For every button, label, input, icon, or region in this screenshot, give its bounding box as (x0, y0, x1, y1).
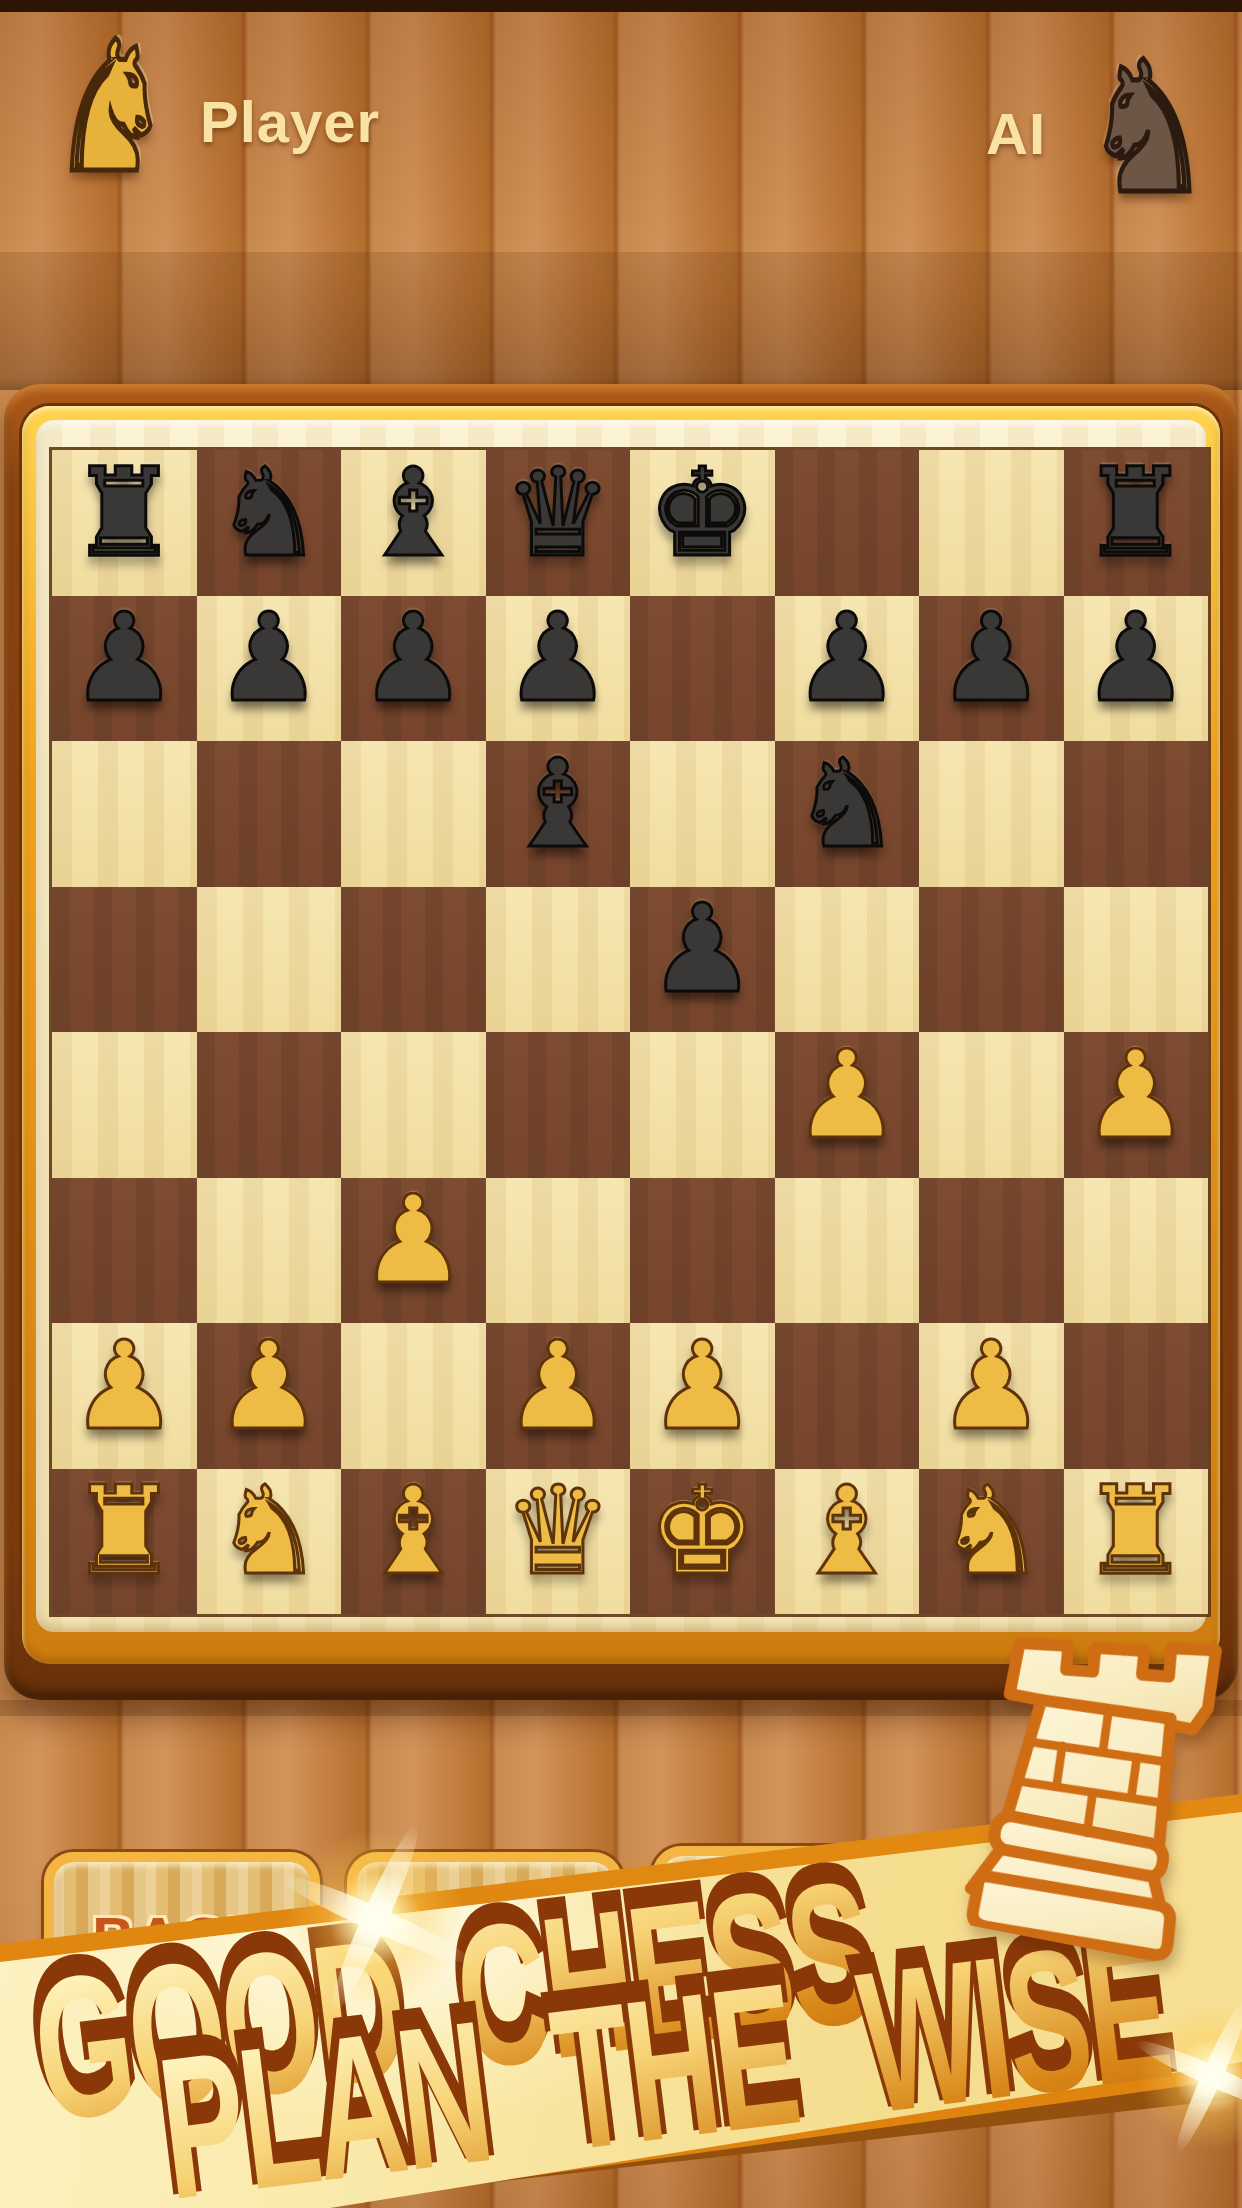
square-d4[interactable] (486, 1032, 631, 1178)
piece-white-rook[interactable]: ♜ (70, 1470, 179, 1592)
square-b6[interactable] (197, 741, 342, 887)
piece-black-pawn[interactable]: ♟ (70, 597, 179, 719)
square-f7[interactable]: ♟ (775, 596, 920, 742)
square-h1[interactable]: ♜ (1064, 1469, 1209, 1615)
top-dark-bar (0, 0, 1242, 12)
piece-black-bishop[interactable]: ♝ (503, 743, 612, 865)
piece-black-pawn[interactable]: ♟ (792, 597, 901, 719)
piece-white-king[interactable]: ♚ (648, 1470, 757, 1592)
ai-knight-icon: ♞ (1082, 38, 1213, 220)
player-name-label: Player (200, 88, 380, 155)
square-g5[interactable] (919, 887, 1064, 1033)
piece-white-bishop[interactable]: ♝ (359, 1470, 468, 1592)
square-d6[interactable]: ♝ (486, 741, 631, 887)
square-b1[interactable]: ♞ (197, 1469, 342, 1615)
square-f3[interactable] (775, 1178, 920, 1324)
square-b7[interactable]: ♟ (197, 596, 342, 742)
square-c7[interactable]: ♟ (341, 596, 486, 742)
square-d2[interactable]: ♟ (486, 1323, 631, 1469)
square-f8[interactable] (775, 450, 920, 596)
square-e5[interactable]: ♟ (630, 887, 775, 1033)
wood-plank-band (0, 252, 1242, 390)
piece-black-pawn[interactable]: ♟ (937, 597, 1046, 719)
piece-black-knight[interactable]: ♞ (214, 452, 323, 574)
square-a2[interactable]: ♟ (52, 1323, 197, 1469)
square-d7[interactable]: ♟ (486, 596, 631, 742)
square-a5[interactable] (52, 887, 197, 1033)
square-a3[interactable] (52, 1178, 197, 1324)
piece-white-pawn[interactable]: ♟ (359, 1179, 468, 1301)
square-g1[interactable]: ♞ (919, 1469, 1064, 1615)
square-g8[interactable] (919, 450, 1064, 596)
square-f2[interactable] (775, 1323, 920, 1469)
square-e6[interactable] (630, 741, 775, 887)
square-c2[interactable] (341, 1323, 486, 1469)
square-e2[interactable]: ♟ (630, 1323, 775, 1469)
square-h2[interactable] (1064, 1323, 1209, 1469)
square-f1[interactable]: ♝ (775, 1469, 920, 1615)
square-h3[interactable] (1064, 1178, 1209, 1324)
square-a6[interactable] (52, 741, 197, 887)
app-screen: ♞ Player AI ♞ ♜♞♝♛♚♜♟♟♟♟♟♟♟♝♞♟♟♟♟♟♟♟♟♟♜♞… (0, 0, 1242, 2208)
square-b2[interactable]: ♟ (197, 1323, 342, 1469)
square-b5[interactable] (197, 887, 342, 1033)
square-f4[interactable]: ♟ (775, 1032, 920, 1178)
square-c1[interactable]: ♝ (341, 1469, 486, 1615)
square-e7[interactable] (630, 596, 775, 742)
piece-white-pawn[interactable]: ♟ (214, 1325, 323, 1447)
piece-white-pawn[interactable]: ♟ (792, 1034, 901, 1156)
piece-black-pawn[interactable]: ♟ (214, 597, 323, 719)
square-c5[interactable] (341, 887, 486, 1033)
square-g2[interactable]: ♟ (919, 1323, 1064, 1469)
piece-white-knight[interactable]: ♞ (214, 1470, 323, 1592)
piece-white-rook[interactable]: ♜ (1081, 1470, 1190, 1592)
square-a4[interactable] (52, 1032, 197, 1178)
piece-black-bishop[interactable]: ♝ (359, 452, 468, 574)
piece-white-pawn[interactable]: ♟ (648, 1325, 757, 1447)
square-c4[interactable] (341, 1032, 486, 1178)
chess-board[interactable]: ♜♞♝♛♚♜♟♟♟♟♟♟♟♝♞♟♟♟♟♟♟♟♟♟♜♞♝♛♚♝♞♜ (52, 450, 1208, 1614)
square-h6[interactable] (1064, 741, 1209, 887)
piece-white-queen[interactable]: ♛ (503, 1470, 612, 1592)
piece-black-pawn[interactable]: ♟ (1081, 597, 1190, 719)
square-e8[interactable]: ♚ (630, 450, 775, 596)
piece-white-pawn[interactable]: ♟ (1081, 1034, 1190, 1156)
square-e1[interactable]: ♚ (630, 1469, 775, 1615)
piece-white-knight[interactable]: ♞ (937, 1470, 1046, 1592)
piece-black-rook[interactable]: ♜ (1081, 452, 1190, 574)
square-c8[interactable]: ♝ (341, 450, 486, 596)
square-d5[interactable] (486, 887, 631, 1033)
square-h5[interactable] (1064, 887, 1209, 1033)
square-f5[interactable] (775, 887, 920, 1033)
square-e3[interactable] (630, 1178, 775, 1324)
piece-black-knight[interactable]: ♞ (792, 743, 901, 865)
square-h8[interactable]: ♜ (1064, 450, 1209, 596)
square-h4[interactable]: ♟ (1064, 1032, 1209, 1178)
square-g3[interactable] (919, 1178, 1064, 1324)
square-g6[interactable] (919, 741, 1064, 887)
square-d8[interactable]: ♛ (486, 450, 631, 596)
piece-black-rook[interactable]: ♜ (70, 452, 179, 574)
player-knight-icon: ♞ (49, 18, 172, 199)
square-a1[interactable]: ♜ (52, 1469, 197, 1615)
piece-white-pawn[interactable]: ♟ (70, 1325, 179, 1447)
piece-black-pawn[interactable]: ♟ (648, 888, 757, 1010)
square-e4[interactable] (630, 1032, 775, 1178)
square-b8[interactable]: ♞ (197, 450, 342, 596)
piece-black-pawn[interactable]: ♟ (503, 597, 612, 719)
square-a7[interactable]: ♟ (52, 596, 197, 742)
square-c3[interactable]: ♟ (341, 1178, 486, 1324)
square-h7[interactable]: ♟ (1064, 596, 1209, 742)
square-f6[interactable]: ♞ (775, 741, 920, 887)
piece-white-pawn[interactable]: ♟ (937, 1325, 1046, 1447)
square-b4[interactable] (197, 1032, 342, 1178)
piece-white-pawn[interactable]: ♟ (503, 1325, 612, 1447)
piece-white-bishop[interactable]: ♝ (792, 1470, 901, 1592)
piece-black-queen[interactable]: ♛ (503, 452, 612, 574)
square-g4[interactable] (919, 1032, 1064, 1178)
square-b3[interactable] (197, 1178, 342, 1324)
piece-black-pawn[interactable]: ♟ (359, 597, 468, 719)
square-c6[interactable] (341, 741, 486, 887)
ai-name-label: AI (986, 100, 1046, 167)
square-d3[interactable] (486, 1178, 631, 1324)
square-g7[interactable]: ♟ (919, 596, 1064, 742)
piece-black-king[interactable]: ♚ (648, 452, 757, 574)
square-d1[interactable]: ♛ (486, 1469, 631, 1615)
square-a8[interactable]: ♜ (52, 450, 197, 596)
